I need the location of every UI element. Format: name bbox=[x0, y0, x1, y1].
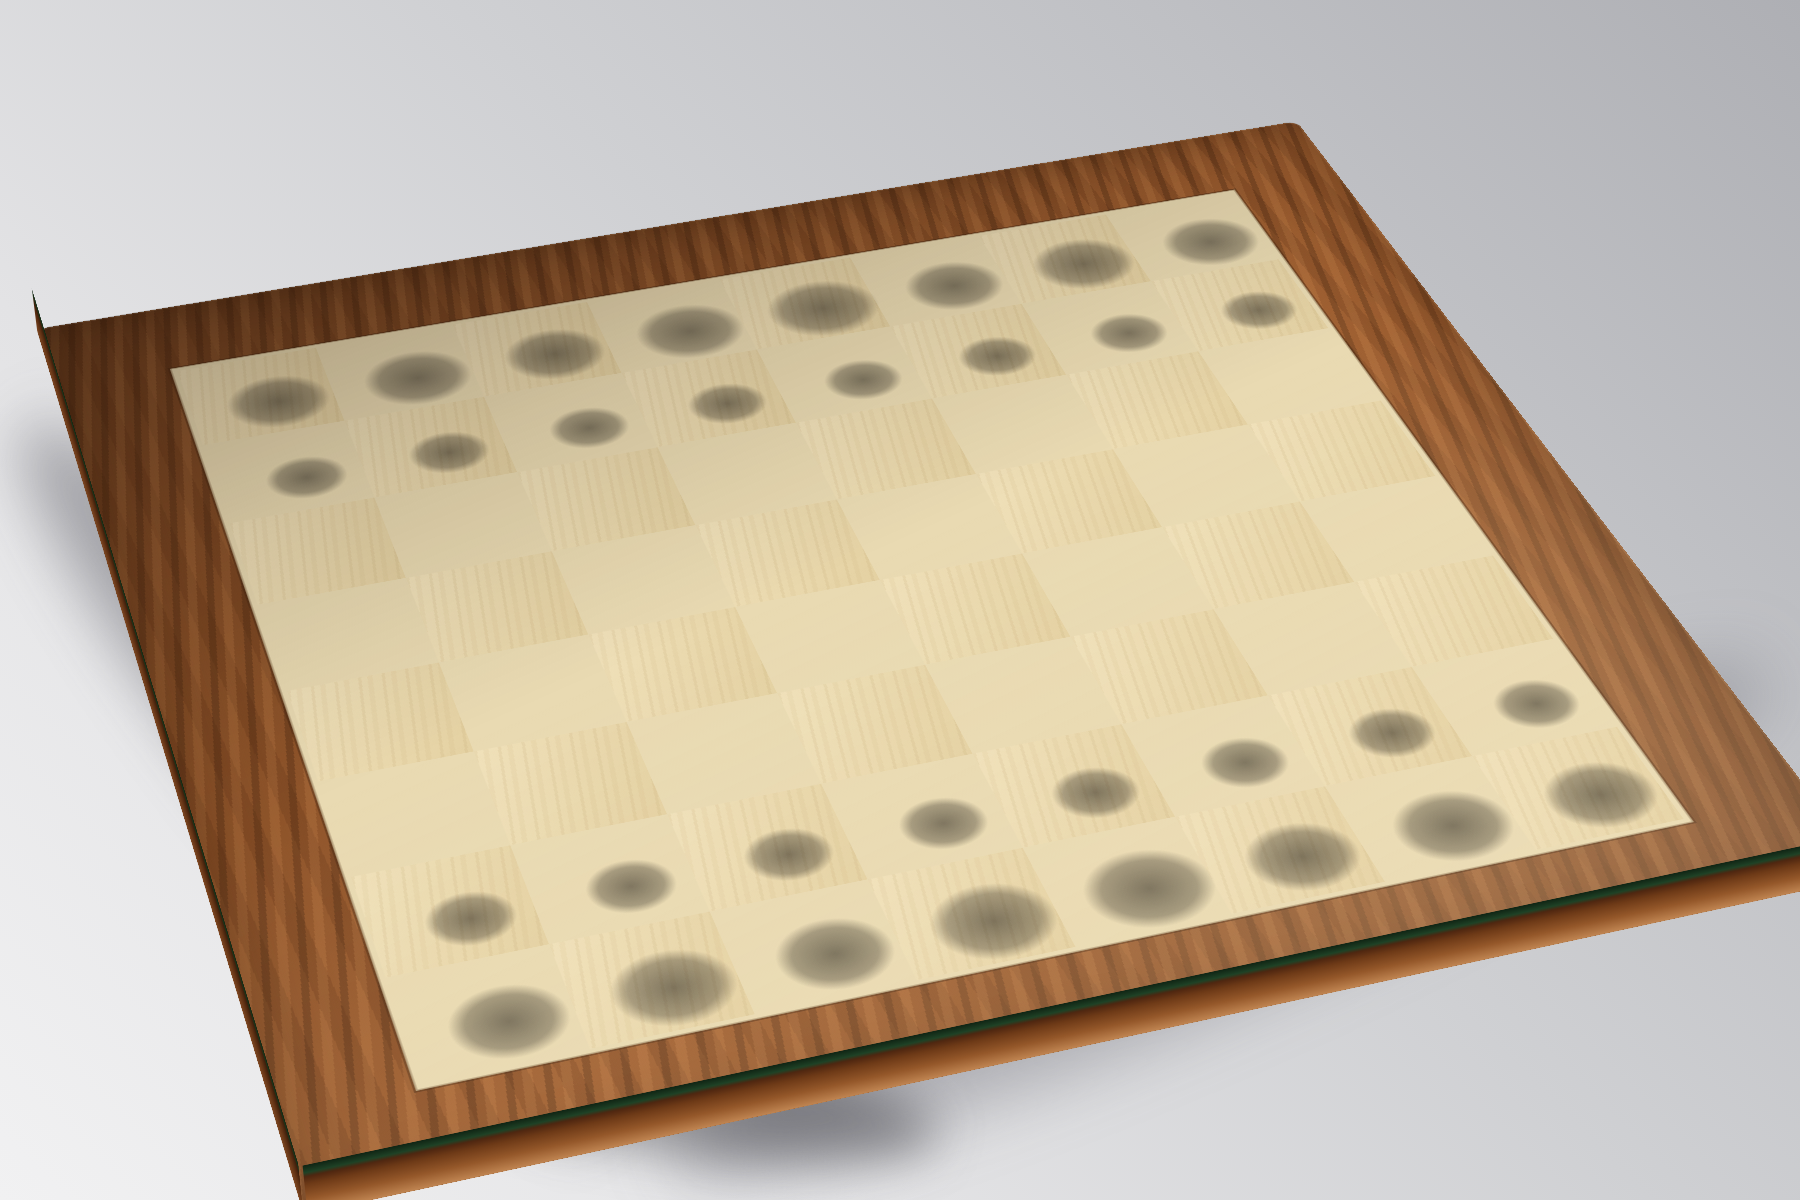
chess-board: ♜♞♝♛♚♝♞♜♟♟♟♟♟♟♟♟♟♟♟♟♟♟♟♟♜♞♝♛♚♝♞♜ bbox=[37, 121, 1800, 1200]
rook-glyph: ♜ bbox=[377, 774, 623, 1048]
pawn-glyph: ♟ bbox=[212, 305, 383, 496]
scene: ♜♞♝♛♚♝♞♜♟♟♟♟♟♟♟♟♟♟♟♟♟♟♟♟♜♞♝♛♚♝♞♜ bbox=[0, 0, 1800, 1200]
studio-photo: ♜♞♝♛♚♝♞♜♟♟♟♟♟♟♟♟♟♟♟♟♟♟♟♟♜♞♝♛♚♝♞♜ bbox=[0, 0, 1800, 1200]
pieces-layer: ♜♞♝♛♚♝♞♜♟♟♟♟♟♟♟♟♟♟♟♟♟♟♟♟♜♞♝♛♚♝♞♜ bbox=[177, 193, 1684, 1084]
